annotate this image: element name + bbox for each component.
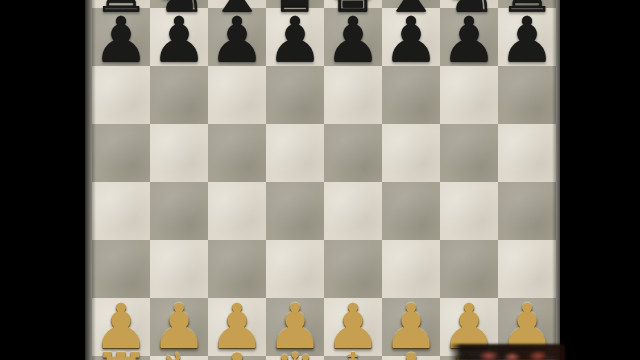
square-a4[interactable] [92,182,150,240]
board-left-shadow [85,0,96,360]
piece-white-king-e1[interactable]: ♚ [324,348,382,360]
board-right-shadow [552,0,560,360]
square-c4[interactable] [208,182,266,240]
piece-white-knight-b1[interactable]: ♞ [150,348,208,360]
piece-black-pawn-g7[interactable]: ♟ [440,11,498,69]
chess-app-screen: ♜♞♝♛♚♝♞♜♟♟♟♟♟♟♟♟♟♟♟♟♟♟♟♟♜♞♝♛♚♝♞♜ [0,0,640,360]
square-d5[interactable] [266,124,324,182]
square-b4[interactable] [150,182,208,240]
square-h4[interactable] [498,182,556,240]
piece-black-pawn-d7[interactable]: ♟ [266,11,324,69]
piece-white-bishop-c1[interactable]: ♝ [208,348,266,360]
piece-black-pawn-f7[interactable]: ♟ [382,11,440,69]
piece-black-pawn-a7[interactable]: ♟ [92,11,150,69]
piece-white-rook-a1[interactable]: ♜ [92,348,150,360]
chess-board: ♜♞♝♛♚♝♞♜♟♟♟♟♟♟♟♟♟♟♟♟♟♟♟♟♜♞♝♛♚♝♞♜ [85,0,560,360]
square-f4[interactable] [382,182,440,240]
piece-white-queen-d1[interactable]: ♛ [266,348,324,360]
piece-black-pawn-h7[interactable]: ♟ [498,11,556,69]
square-d4[interactable] [266,182,324,240]
piece-black-pawn-b7[interactable]: ♟ [150,11,208,69]
square-c5[interactable] [208,124,266,182]
square-e4[interactable] [324,182,382,240]
square-g4[interactable] [440,182,498,240]
square-e5[interactable] [324,124,382,182]
square-a5[interactable] [92,124,150,182]
watermark-logo [449,344,565,360]
square-g5[interactable] [440,124,498,182]
piece-black-pawn-e7[interactable]: ♟ [324,11,382,69]
square-b5[interactable] [150,124,208,182]
piece-black-pawn-c7[interactable]: ♟ [208,11,266,69]
piece-white-bishop-f1[interactable]: ♝ [382,348,440,360]
square-f5[interactable] [382,124,440,182]
square-h5[interactable] [498,124,556,182]
